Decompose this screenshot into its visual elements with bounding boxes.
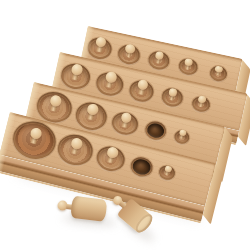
socket-4 xyxy=(143,119,168,141)
socket-1 xyxy=(9,116,60,162)
socket-4 xyxy=(177,57,199,77)
socket-5 xyxy=(173,129,191,145)
product-photo-cylinder-blocks xyxy=(0,0,250,250)
socket-5 xyxy=(158,164,177,181)
socket-4 xyxy=(160,86,184,108)
socket-5 xyxy=(208,64,228,82)
socket-2 xyxy=(94,69,125,97)
removed-cylinder-lying xyxy=(55,194,108,228)
socket-2 xyxy=(116,43,141,66)
socket-3 xyxy=(94,144,127,174)
socket-3 xyxy=(128,78,156,104)
empty-socket-hole xyxy=(145,122,165,139)
socket-5 xyxy=(191,95,212,114)
empty-socket-hole xyxy=(131,157,152,176)
socket-3 xyxy=(146,49,170,71)
cylinder-body xyxy=(70,196,107,222)
socket-2 xyxy=(54,131,95,169)
socket-2 xyxy=(73,99,109,132)
socket-3 xyxy=(110,110,140,137)
socket-4 xyxy=(129,155,155,179)
